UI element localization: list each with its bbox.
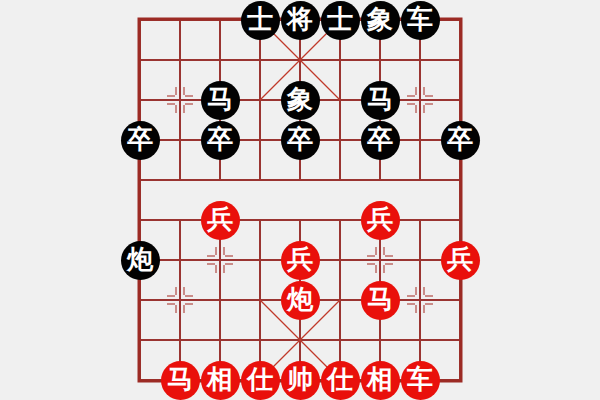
piece-black-elephant[interactable]: 象 bbox=[361, 1, 400, 40]
board-point[interactable]: 仕 bbox=[240, 360, 280, 400]
board-point[interactable] bbox=[400, 320, 440, 360]
board-point[interactable] bbox=[440, 200, 480, 240]
board-point[interactable] bbox=[440, 80, 480, 120]
board-point[interactable] bbox=[240, 240, 280, 280]
piece-red-elephant[interactable]: 相 bbox=[201, 361, 240, 400]
piece-red-soldier[interactable]: 兵 bbox=[281, 241, 320, 280]
board-point[interactable] bbox=[240, 280, 280, 320]
board-point[interactable] bbox=[160, 240, 200, 280]
board-point[interactable] bbox=[400, 120, 440, 160]
board-point[interactable] bbox=[320, 120, 360, 160]
board-point[interactable] bbox=[360, 240, 400, 280]
board-point[interactable]: 将 bbox=[280, 0, 320, 40]
board-point[interactable] bbox=[320, 320, 360, 360]
board-point[interactable] bbox=[120, 0, 160, 40]
piece-black-cannon[interactable]: 炮 bbox=[121, 241, 160, 280]
board-point[interactable]: 仕 bbox=[320, 360, 360, 400]
board-point[interactable] bbox=[160, 120, 200, 160]
board-point[interactable]: 车 bbox=[400, 0, 440, 40]
board-point[interactable] bbox=[360, 160, 400, 200]
piece-black-soldier[interactable]: 卒 bbox=[121, 121, 160, 160]
board-point[interactable]: 马 bbox=[200, 80, 240, 120]
piece-red-soldier[interactable]: 兵 bbox=[441, 241, 480, 280]
board-point[interactable] bbox=[120, 200, 160, 240]
board-point[interactable]: 象 bbox=[360, 0, 400, 40]
board-point[interactable] bbox=[120, 320, 160, 360]
piece-black-elephant[interactable]: 象 bbox=[281, 81, 320, 120]
board-point[interactable] bbox=[240, 160, 280, 200]
board-point[interactable] bbox=[120, 360, 160, 400]
board-point[interactable] bbox=[400, 40, 440, 80]
board-point[interactable] bbox=[240, 120, 280, 160]
board-point[interactable] bbox=[440, 40, 480, 80]
board-point[interactable]: 相 bbox=[360, 360, 400, 400]
board-point[interactable] bbox=[120, 160, 160, 200]
piece-red-cannon[interactable]: 炮 bbox=[281, 281, 320, 320]
piece-red-horse[interactable]: 马 bbox=[161, 361, 200, 400]
board-point[interactable]: 马 bbox=[360, 80, 400, 120]
board-point[interactable]: 卒 bbox=[440, 120, 480, 160]
piece-red-general[interactable]: 帅 bbox=[281, 361, 320, 400]
piece-red-chariot[interactable]: 车 bbox=[401, 361, 440, 400]
board-point[interactable]: 炮 bbox=[280, 280, 320, 320]
board-point[interactable] bbox=[360, 320, 400, 360]
xiangqi-screenshot: 士将士象车马象马卒卒卒卒卒兵兵炮兵兵炮马马相仕帅仕相车 bbox=[0, 0, 600, 400]
board-point[interactable]: 帅 bbox=[280, 360, 320, 400]
board-point[interactable] bbox=[360, 40, 400, 80]
board-point[interactable] bbox=[200, 40, 240, 80]
board-point[interactable] bbox=[160, 80, 200, 120]
board-point[interactable]: 士 bbox=[240, 0, 280, 40]
piece-black-general[interactable]: 将 bbox=[281, 1, 320, 40]
board-point[interactable]: 兵 bbox=[280, 240, 320, 280]
piece-black-soldier[interactable]: 卒 bbox=[361, 121, 400, 160]
board-point[interactable] bbox=[440, 280, 480, 320]
board-point[interactable]: 炮 bbox=[120, 240, 160, 280]
board-point[interactable] bbox=[120, 40, 160, 80]
piece-black-advisor[interactable]: 士 bbox=[241, 1, 280, 40]
board-point[interactable] bbox=[200, 160, 240, 200]
piece-red-elephant[interactable]: 相 bbox=[361, 361, 400, 400]
board-point[interactable] bbox=[200, 280, 240, 320]
piece-black-advisor[interactable]: 士 bbox=[321, 1, 360, 40]
board-point[interactable] bbox=[400, 280, 440, 320]
board-point[interactable] bbox=[320, 160, 360, 200]
board-point[interactable] bbox=[280, 40, 320, 80]
board-point[interactable] bbox=[200, 0, 240, 40]
piece-black-soldier[interactable]: 卒 bbox=[201, 121, 240, 160]
board-point[interactable] bbox=[200, 240, 240, 280]
board-point[interactable] bbox=[160, 160, 200, 200]
board-point[interactable] bbox=[320, 40, 360, 80]
board-point[interactable] bbox=[160, 200, 200, 240]
board-point[interactable]: 象 bbox=[280, 80, 320, 120]
piece-black-chariot[interactable]: 车 bbox=[401, 1, 440, 40]
board-point[interactable] bbox=[160, 40, 200, 80]
board-point[interactable] bbox=[120, 80, 160, 120]
board-point[interactable] bbox=[440, 360, 480, 400]
piece-black-horse[interactable]: 马 bbox=[201, 81, 240, 120]
piece-black-soldier[interactable]: 卒 bbox=[281, 121, 320, 160]
board-point[interactable] bbox=[400, 200, 440, 240]
board-point[interactable]: 车 bbox=[400, 360, 440, 400]
board-point[interactable]: 卒 bbox=[200, 120, 240, 160]
board-point[interactable] bbox=[240, 200, 280, 240]
board-point[interactable]: 士 bbox=[320, 0, 360, 40]
piece-black-soldier[interactable]: 卒 bbox=[441, 121, 480, 160]
board-point[interactable] bbox=[320, 280, 360, 320]
board-point[interactable] bbox=[440, 0, 480, 40]
board-point[interactable] bbox=[160, 280, 200, 320]
board-point[interactable]: 兵 bbox=[440, 240, 480, 280]
piece-black-horse[interactable]: 马 bbox=[361, 81, 400, 120]
board-point[interactable]: 卒 bbox=[360, 120, 400, 160]
board-point[interactable]: 卒 bbox=[120, 120, 160, 160]
board-point[interactable] bbox=[320, 240, 360, 280]
piece-red-horse[interactable]: 马 bbox=[361, 281, 400, 320]
board-point[interactable] bbox=[280, 200, 320, 240]
board-point[interactable] bbox=[400, 240, 440, 280]
board-point[interactable]: 马 bbox=[360, 280, 400, 320]
piece-red-advisor[interactable]: 仕 bbox=[321, 361, 360, 400]
board-point[interactable] bbox=[200, 320, 240, 360]
board-point[interactable] bbox=[320, 200, 360, 240]
xiangqi-board: 士将士象车马象马卒卒卒卒卒兵兵炮兵兵炮马马相仕帅仕相车 bbox=[120, 0, 480, 400]
board-point[interactable] bbox=[440, 160, 480, 200]
board-point[interactable] bbox=[160, 0, 200, 40]
board-point[interactable] bbox=[280, 320, 320, 360]
piece-red-advisor[interactable]: 仕 bbox=[241, 361, 280, 400]
board-point[interactable]: 兵 bbox=[200, 200, 240, 240]
board-point[interactable] bbox=[320, 80, 360, 120]
board-point[interactable] bbox=[280, 160, 320, 200]
piece-red-soldier[interactable]: 兵 bbox=[201, 201, 240, 240]
board-point[interactable] bbox=[440, 320, 480, 360]
board-point[interactable] bbox=[240, 80, 280, 120]
piece-red-soldier[interactable]: 兵 bbox=[361, 201, 400, 240]
board-point[interactable] bbox=[160, 320, 200, 360]
board-point[interactable]: 卒 bbox=[280, 120, 320, 160]
board-point[interactable] bbox=[400, 160, 440, 200]
board-point[interactable] bbox=[400, 80, 440, 120]
board-point[interactable] bbox=[240, 320, 280, 360]
board-point[interactable] bbox=[120, 280, 160, 320]
board-point[interactable]: 马 bbox=[160, 360, 200, 400]
board-point[interactable] bbox=[240, 40, 280, 80]
board-point[interactable]: 相 bbox=[200, 360, 240, 400]
board-point[interactable]: 兵 bbox=[360, 200, 400, 240]
